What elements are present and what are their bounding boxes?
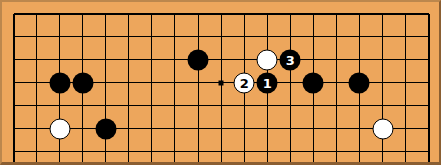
intersection	[279, 2, 302, 25]
intersection	[140, 71, 163, 94]
intersection	[94, 25, 117, 48]
intersection	[2, 140, 25, 163]
intersection	[140, 25, 163, 48]
intersection	[94, 163, 117, 165]
intersection	[233, 25, 256, 48]
intersection	[187, 2, 210, 25]
intersection	[348, 71, 371, 94]
intersection	[233, 117, 256, 140]
intersection	[394, 48, 417, 71]
intersection	[371, 48, 394, 71]
intersection	[371, 117, 394, 140]
intersection	[394, 25, 417, 48]
intersection	[348, 140, 371, 163]
intersection	[279, 117, 302, 140]
intersection	[25, 117, 48, 140]
intersection	[233, 48, 256, 71]
intersection	[417, 163, 440, 165]
intersection	[394, 163, 417, 165]
intersection	[233, 140, 256, 163]
intersection	[117, 140, 140, 163]
intersection	[256, 48, 279, 71]
intersection	[279, 140, 302, 163]
intersection	[302, 25, 325, 48]
intersection	[233, 163, 256, 165]
intersection	[140, 2, 163, 25]
intersection	[163, 140, 186, 163]
intersection	[210, 140, 233, 163]
intersection	[417, 25, 440, 48]
intersection	[302, 163, 325, 165]
intersection	[117, 117, 140, 140]
intersection	[256, 117, 279, 140]
intersection	[302, 2, 325, 25]
intersection	[187, 94, 210, 117]
intersection	[48, 117, 71, 140]
black-stone	[95, 118, 116, 139]
intersection	[163, 25, 186, 48]
intersection	[325, 163, 348, 165]
intersection	[71, 117, 94, 140]
black-stone	[349, 72, 370, 93]
intersection	[417, 117, 440, 140]
intersection	[302, 71, 325, 94]
black-stone	[72, 72, 93, 93]
intersection	[325, 94, 348, 117]
intersection	[2, 117, 25, 140]
intersection	[348, 2, 371, 25]
intersection	[94, 94, 117, 117]
intersection	[417, 94, 440, 117]
intersection	[187, 71, 210, 94]
white-stone	[49, 118, 70, 139]
intersection	[279, 25, 302, 48]
intersection	[279, 71, 302, 94]
intersection	[48, 48, 71, 71]
intersection	[163, 48, 186, 71]
intersection	[25, 94, 48, 117]
intersection	[25, 48, 48, 71]
intersection	[187, 140, 210, 163]
intersection	[140, 163, 163, 165]
intersection	[371, 2, 394, 25]
intersection	[94, 2, 117, 25]
intersection	[140, 48, 163, 71]
intersection	[348, 94, 371, 117]
intersection	[94, 48, 117, 71]
intersection	[2, 163, 25, 165]
intersection	[348, 48, 371, 71]
intersection	[187, 117, 210, 140]
intersection	[94, 71, 117, 94]
intersection	[371, 140, 394, 163]
intersection	[140, 94, 163, 117]
intersection	[279, 163, 302, 165]
intersection	[2, 2, 25, 25]
intersection	[187, 48, 210, 71]
intersection	[210, 94, 233, 117]
black-stone	[188, 49, 209, 70]
intersection	[417, 48, 440, 71]
intersection	[163, 163, 186, 165]
intersection	[71, 71, 94, 94]
intersection	[302, 140, 325, 163]
intersection	[348, 163, 371, 165]
intersection	[256, 140, 279, 163]
intersection	[210, 163, 233, 165]
go-board-diagram: 321	[0, 0, 441, 165]
intersection	[417, 71, 440, 94]
intersection	[71, 48, 94, 71]
intersection	[256, 25, 279, 48]
intersection	[394, 117, 417, 140]
intersection	[417, 2, 440, 25]
stone-number: 3	[286, 53, 295, 66]
intersection	[163, 94, 186, 117]
intersection	[210, 48, 233, 71]
intersection	[210, 25, 233, 48]
intersection	[48, 25, 71, 48]
intersection	[71, 25, 94, 48]
intersection	[71, 2, 94, 25]
intersection	[325, 140, 348, 163]
intersection	[394, 71, 417, 94]
black-stone: 3	[280, 49, 301, 70]
intersection	[371, 25, 394, 48]
intersection	[117, 71, 140, 94]
intersection	[325, 117, 348, 140]
intersection	[2, 71, 25, 94]
intersection	[71, 140, 94, 163]
intersection	[117, 25, 140, 48]
intersection	[371, 94, 394, 117]
intersection	[94, 140, 117, 163]
black-stone: 1	[257, 72, 278, 93]
intersection	[25, 163, 48, 165]
intersection	[71, 94, 94, 117]
intersection	[48, 71, 71, 94]
intersection	[140, 140, 163, 163]
intersection	[233, 94, 256, 117]
intersection	[187, 25, 210, 48]
intersection	[117, 94, 140, 117]
intersection	[163, 117, 186, 140]
intersection	[210, 117, 233, 140]
intersection	[2, 94, 25, 117]
intersection	[417, 140, 440, 163]
intersection	[302, 117, 325, 140]
black-stone	[303, 72, 324, 93]
black-stone	[49, 72, 70, 93]
intersection	[163, 71, 186, 94]
intersection	[233, 2, 256, 25]
intersection	[117, 2, 140, 25]
intersection	[325, 2, 348, 25]
stone-number: 1	[263, 76, 272, 89]
intersection	[25, 140, 48, 163]
intersection	[48, 2, 71, 25]
white-stone: 2	[234, 72, 255, 93]
intersection	[117, 48, 140, 71]
intersection	[48, 163, 71, 165]
intersection	[394, 140, 417, 163]
intersection	[348, 117, 371, 140]
intersection	[94, 117, 117, 140]
intersection	[25, 25, 48, 48]
intersection	[163, 2, 186, 25]
intersection	[117, 163, 140, 165]
intersection	[348, 25, 371, 48]
intersection	[2, 48, 25, 71]
intersection	[279, 94, 302, 117]
intersection	[371, 71, 394, 94]
intersection	[256, 163, 279, 165]
intersection	[140, 117, 163, 140]
go-board: 321	[2, 2, 440, 165]
intersection: 1	[256, 71, 279, 94]
intersection	[325, 71, 348, 94]
intersection	[25, 2, 48, 25]
intersection	[48, 94, 71, 117]
intersection: 2	[233, 71, 256, 94]
white-stone	[257, 49, 278, 70]
stone-number: 2	[240, 76, 249, 89]
star-point	[219, 80, 224, 85]
intersection	[187, 163, 210, 165]
intersection	[325, 48, 348, 71]
intersection	[394, 2, 417, 25]
intersection	[325, 25, 348, 48]
intersection	[71, 163, 94, 165]
intersection	[256, 2, 279, 25]
intersection: 3	[279, 48, 302, 71]
intersection	[394, 94, 417, 117]
intersection	[302, 48, 325, 71]
intersection	[2, 25, 25, 48]
intersection	[210, 2, 233, 25]
intersection	[302, 94, 325, 117]
intersection	[210, 71, 233, 94]
intersection	[48, 140, 71, 163]
intersection	[256, 94, 279, 117]
intersection	[371, 163, 394, 165]
intersection	[25, 71, 48, 94]
white-stone	[372, 118, 393, 139]
